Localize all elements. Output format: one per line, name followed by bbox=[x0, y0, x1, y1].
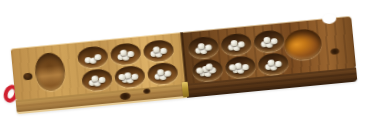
pit-bottom-5[interactable] bbox=[225, 55, 257, 79]
right-half-dark-wood bbox=[181, 16, 358, 98]
pit-top-2[interactable] bbox=[110, 42, 142, 66]
pit-bottom-4[interactable] bbox=[192, 58, 224, 82]
pit-bottom-1[interactable] bbox=[81, 68, 113, 92]
pit-bottom-6[interactable] bbox=[257, 52, 289, 76]
stone[interactable] bbox=[274, 61, 282, 68]
pit-bottom-2[interactable] bbox=[114, 65, 146, 89]
product-photo-scene bbox=[0, 0, 369, 132]
pit-bottom-3[interactable] bbox=[147, 62, 179, 86]
edge-notch bbox=[322, 13, 337, 24]
left-store-pit[interactable] bbox=[33, 52, 67, 93]
pit-top-6[interactable] bbox=[253, 29, 285, 53]
pit-top-1[interactable] bbox=[77, 45, 109, 69]
mancala-board bbox=[11, 16, 358, 114]
pit-top-4[interactable] bbox=[187, 36, 219, 60]
stone[interactable] bbox=[127, 51, 135, 58]
stone[interactable] bbox=[131, 73, 139, 80]
stone[interactable] bbox=[242, 64, 250, 71]
brass-latch bbox=[182, 82, 189, 98]
stone[interactable] bbox=[94, 54, 102, 61]
stone[interactable] bbox=[270, 38, 278, 45]
left-half-light-wood bbox=[11, 32, 188, 114]
stone[interactable] bbox=[164, 70, 172, 77]
pit-top-5[interactable] bbox=[220, 33, 252, 57]
stone[interactable] bbox=[204, 44, 212, 51]
wood-knot bbox=[330, 48, 340, 55]
pit-top-3[interactable] bbox=[143, 39, 175, 63]
stone[interactable] bbox=[160, 47, 168, 54]
peg-hole bbox=[23, 73, 33, 81]
right-store-pit[interactable] bbox=[283, 28, 323, 61]
stone[interactable] bbox=[98, 77, 106, 84]
stone[interactable] bbox=[237, 41, 245, 48]
